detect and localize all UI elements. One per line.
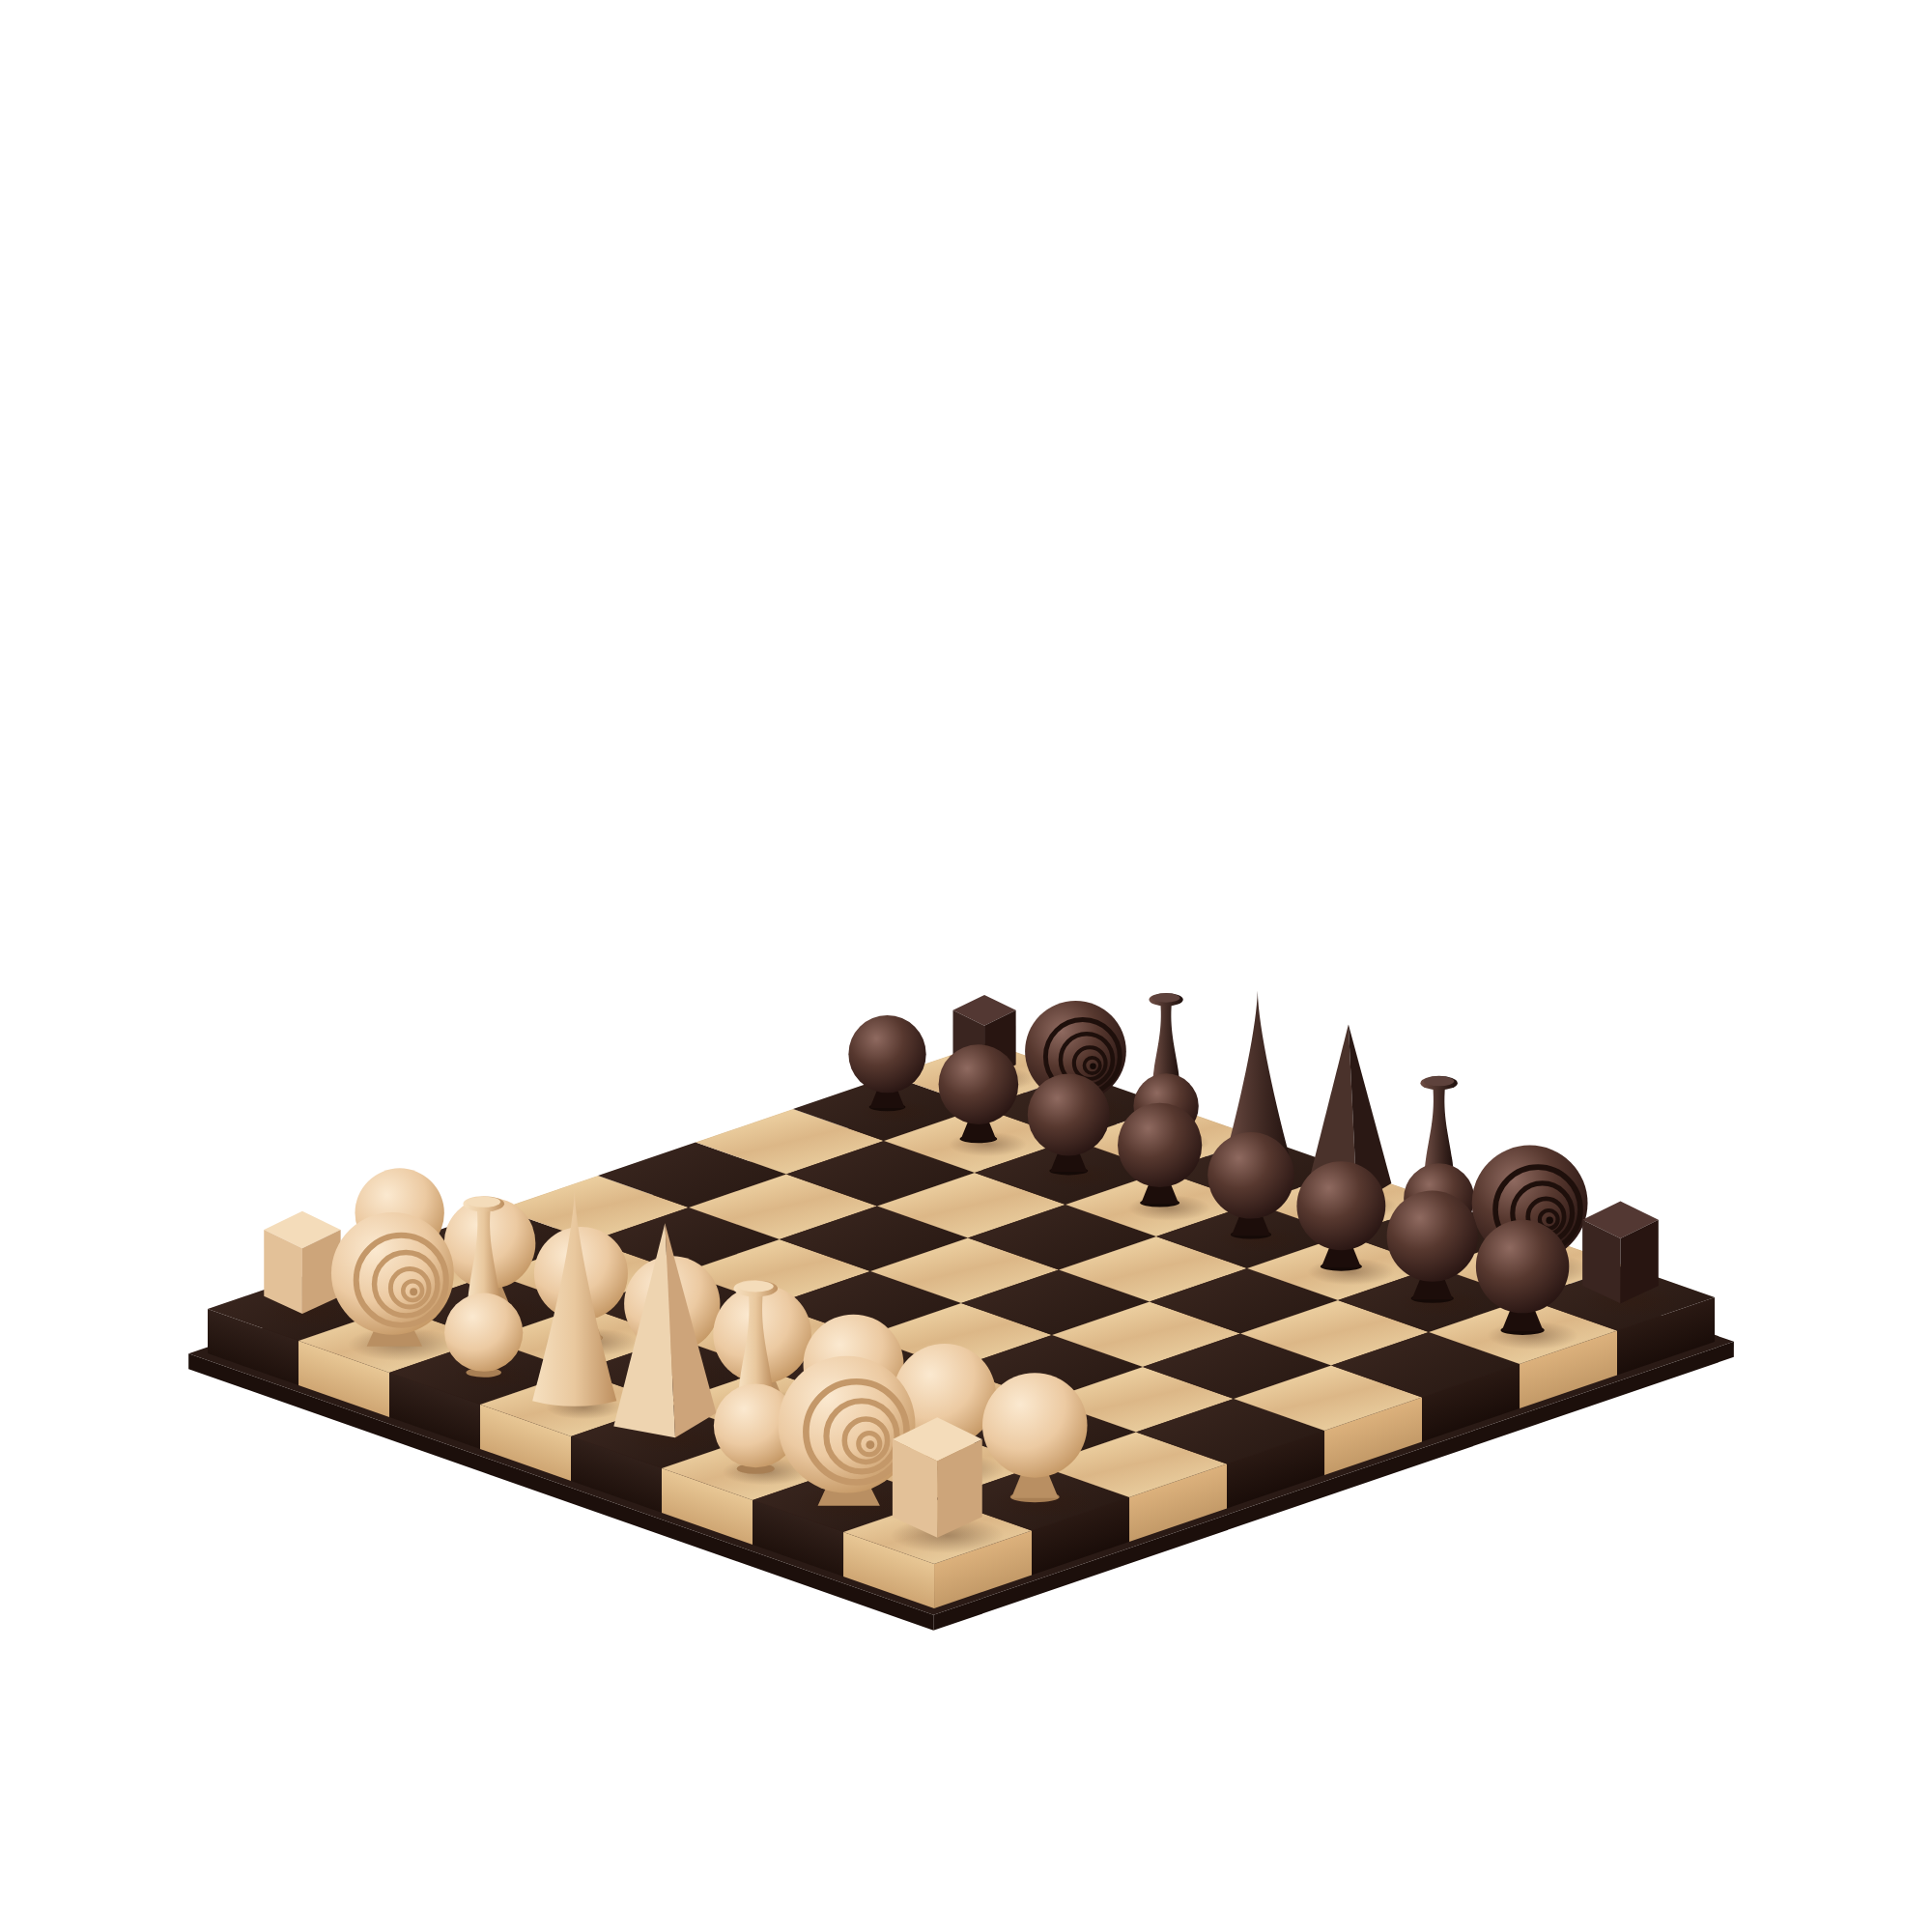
- pawn-sphere-on-pedestal-icon: [1467, 1209, 1577, 1337]
- rook-cube-icon: [1562, 1192, 1679, 1311]
- pawn-sphere-on-pedestal-icon: [1200, 1122, 1302, 1240]
- piece-black-pawn[interactable]: [1200, 1122, 1302, 1240]
- pawn-sphere-on-pedestal-icon: [931, 1036, 1026, 1145]
- piece-black-rook[interactable]: [1562, 1192, 1679, 1311]
- piece-black-pawn[interactable]: [1110, 1094, 1209, 1208]
- pawn-sphere-on-pedestal-icon: [1020, 1065, 1118, 1177]
- piece-black-pawn[interactable]: [841, 1007, 933, 1113]
- piece-black-pawn[interactable]: [931, 1036, 1026, 1145]
- chess-set-product-photo: [0, 0, 1932, 1932]
- pawn-sphere-on-pedestal-icon: [1110, 1094, 1209, 1208]
- bishop-bottle-icon: [435, 1183, 532, 1379]
- piece-black-pawn[interactable]: [1020, 1065, 1118, 1177]
- piece-white-bishop[interactable]: [435, 1183, 532, 1379]
- piece-white-queen[interactable]: [528, 1185, 620, 1410]
- rook-cube-icon: [868, 1406, 1007, 1547]
- piece-black-pawn[interactable]: [1467, 1209, 1577, 1337]
- board-scene: [0, 0, 1932, 1932]
- pawn-sphere-on-pedestal-icon: [841, 1007, 933, 1113]
- queen-cone-icon: [528, 1185, 620, 1410]
- piece-white-rook[interactable]: [868, 1406, 1007, 1547]
